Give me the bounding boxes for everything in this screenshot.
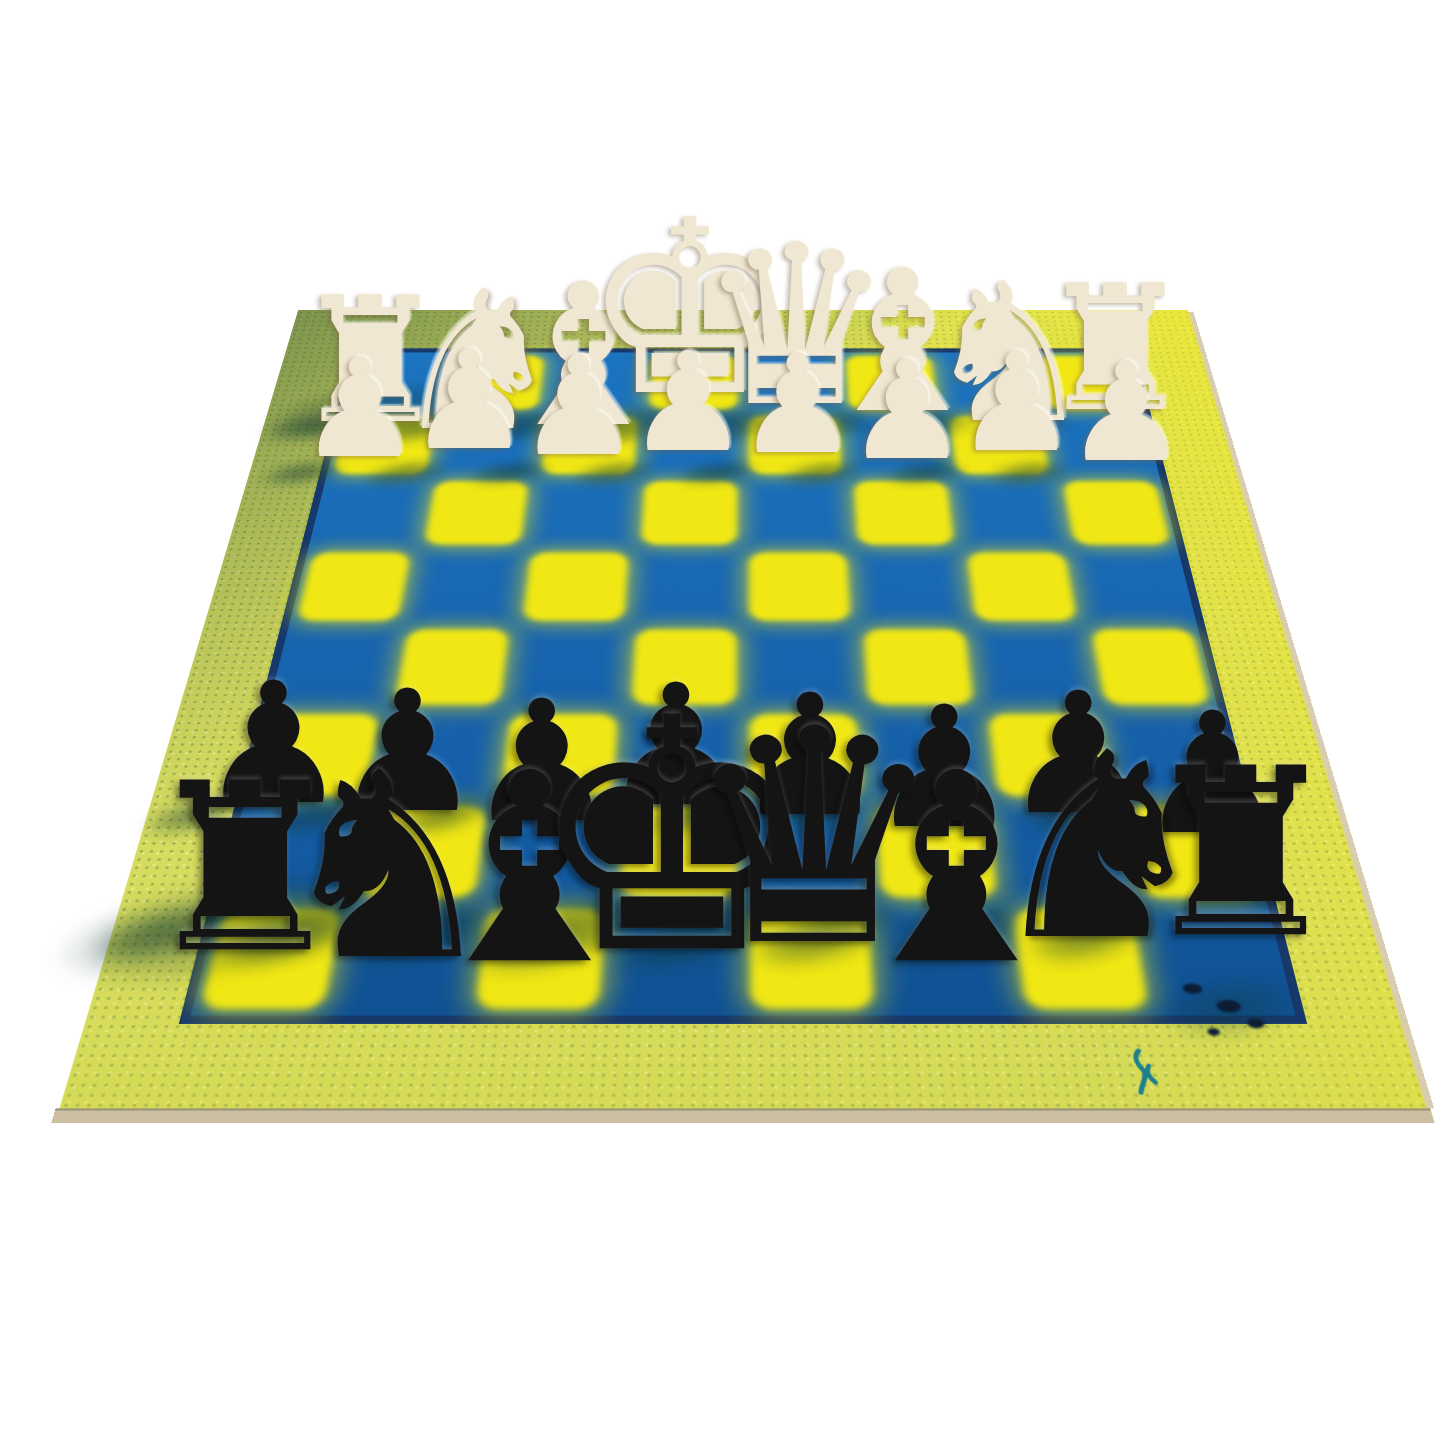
white-pawn-g2[interactable]: ♟	[408, 332, 531, 469]
white-pawn-b2[interactable]: ♟	[955, 334, 1078, 471]
light-square-paint	[423, 481, 528, 544]
square-b3[interactable]	[951, 478, 1069, 549]
photo-stage: ♜♞♝♚♛♝♞♜♟♟♟♟♟♟♟♟♟♟♟♟♟♟♟♟♜♞♝♚♛♝♞♜	[0, 0, 1445, 1445]
square-d4[interactable]	[743, 548, 857, 625]
white-pawn-h2[interactable]: ♟	[298, 340, 421, 477]
square-f4[interactable]	[516, 548, 634, 625]
pieces-layer: ♜♞♝♚♛♝♞♜♟♟♟♟♟♟♟♟♟♟♟♟♟♟♟♟♜♞♝♚♛♝♞♜	[0, 0, 1445, 1445]
light-square-paint	[640, 481, 737, 544]
square-e3[interactable]	[634, 478, 743, 549]
white-pawn-d2[interactable]: ♟	[736, 336, 859, 473]
square-g3[interactable]	[417, 478, 535, 549]
light-square-paint	[967, 552, 1077, 621]
square-b4[interactable]	[960, 548, 1083, 625]
black-rook-a8[interactable]: ♜	[1137, 737, 1345, 969]
white-pawn-a2[interactable]: ♟	[1065, 344, 1188, 481]
light-square-paint	[296, 552, 410, 621]
square-a4[interactable]	[1069, 548, 1197, 625]
square-f3[interactable]	[526, 478, 639, 549]
square-h4[interactable]	[289, 548, 417, 625]
white-pawn-c2[interactable]: ♟	[846, 342, 969, 479]
panel-bottom-edge	[51, 1108, 1435, 1123]
light-square-paint	[749, 552, 850, 621]
square-g4[interactable]	[403, 548, 526, 625]
white-pawn-f2[interactable]: ♟	[517, 338, 640, 475]
light-square-paint	[523, 552, 629, 621]
light-square-paint	[853, 481, 954, 544]
white-pawn-e2[interactable]: ♟	[627, 334, 750, 471]
square-d3[interactable]	[743, 478, 852, 549]
square-c4[interactable]	[852, 548, 970, 625]
square-e4[interactable]	[630, 548, 744, 625]
